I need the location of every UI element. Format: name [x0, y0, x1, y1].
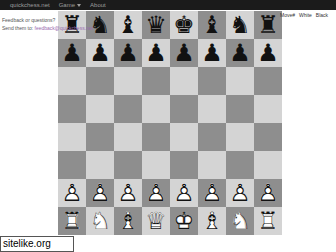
piece-white-knight-fill: ♞ — [226, 207, 254, 235]
square-a5[interactable] — [58, 95, 86, 123]
square-g8[interactable]: ♞ — [226, 11, 254, 39]
piece-black-knight: ♞ — [226, 11, 254, 39]
quickchess-page: quickchess.net Game About Feedback or qu… — [0, 0, 336, 252]
square-h1[interactable]: ♜♖ — [254, 207, 282, 235]
square-f1[interactable]: ♝♗ — [198, 207, 226, 235]
piece-white-pawn-fill: ♟ — [58, 179, 86, 207]
square-g5[interactable] — [226, 95, 254, 123]
square-d6[interactable] — [142, 67, 170, 95]
piece-white-queen: ♕ — [142, 207, 170, 235]
square-g4[interactable] — [226, 123, 254, 151]
square-a7[interactable]: ♟ — [58, 39, 86, 67]
square-f3[interactable] — [198, 151, 226, 179]
piece-white-pawn-fill: ♟ — [226, 179, 254, 207]
square-d4[interactable] — [142, 123, 170, 151]
square-f5[interactable] — [198, 95, 226, 123]
piece-white-bishop-fill: ♝ — [114, 207, 142, 235]
piece-white-pawn-fill: ♟ — [170, 179, 198, 207]
piece-white-pawn-fill: ♟ — [86, 179, 114, 207]
sitelike-watermark: sitelike.org — [0, 236, 74, 252]
square-d1[interactable]: ♛♕ — [142, 207, 170, 235]
square-f4[interactable] — [198, 123, 226, 151]
piece-white-pawn: ♙ — [170, 179, 198, 207]
square-h4[interactable] — [254, 123, 282, 151]
square-d2[interactable]: ♟♙ — [142, 179, 170, 207]
piece-white-pawn-fill: ♟ — [198, 179, 226, 207]
piece-white-knight: ♘ — [86, 207, 114, 235]
square-g3[interactable] — [226, 151, 254, 179]
square-a6[interactable] — [58, 67, 86, 95]
feedback-send-line: Send them to: feedback@quickchess.net — [2, 24, 93, 32]
square-g7[interactable]: ♟ — [226, 39, 254, 67]
square-e1[interactable]: ♚♔ — [170, 207, 198, 235]
square-c5[interactable] — [114, 95, 142, 123]
piece-black-pawn: ♟ — [170, 39, 198, 67]
square-f2[interactable]: ♟♙ — [198, 179, 226, 207]
piece-black-pawn: ♟ — [86, 39, 114, 67]
square-h5[interactable] — [254, 95, 282, 123]
piece-white-pawn: ♙ — [114, 179, 142, 207]
square-a2[interactable]: ♟♙ — [58, 179, 86, 207]
square-b4[interactable] — [86, 123, 114, 151]
piece-white-bishop: ♗ — [114, 207, 142, 235]
piece-white-rook: ♖ — [58, 207, 86, 235]
piece-black-pawn: ♟ — [254, 39, 282, 67]
feedback-note: Feedback or questions? Send them to: fee… — [2, 16, 93, 32]
menu-game-label: Game — [59, 2, 75, 8]
piece-white-rook-fill: ♜ — [58, 207, 86, 235]
square-h2[interactable]: ♟♙ — [254, 179, 282, 207]
square-h3[interactable] — [254, 151, 282, 179]
square-e8[interactable]: ♚ — [170, 11, 198, 39]
brand-link[interactable]: quickchess.net — [10, 2, 50, 8]
menu-about[interactable]: About — [90, 2, 106, 8]
square-d7[interactable]: ♟ — [142, 39, 170, 67]
square-a4[interactable] — [58, 123, 86, 151]
piece-white-pawn: ♙ — [226, 179, 254, 207]
square-g6[interactable] — [226, 67, 254, 95]
movelist-header: Move# White Black — [280, 12, 328, 18]
piece-white-king: ♔ — [170, 207, 198, 235]
square-f8[interactable]: ♝ — [198, 11, 226, 39]
piece-white-pawn: ♙ — [86, 179, 114, 207]
square-e5[interactable] — [170, 95, 198, 123]
piece-white-bishop-fill: ♝ — [198, 207, 226, 235]
square-b5[interactable] — [86, 95, 114, 123]
piece-white-king-fill: ♚ — [170, 207, 198, 235]
piece-black-rook: ♜ — [254, 11, 282, 39]
square-h6[interactable] — [254, 67, 282, 95]
square-b6[interactable] — [86, 67, 114, 95]
top-navbar: quickchess.net Game About — [0, 0, 336, 10]
chevron-down-icon — [77, 4, 81, 7]
watermark-label: sitelike.org — [3, 238, 51, 249]
square-c2[interactable]: ♟♙ — [114, 179, 142, 207]
square-e4[interactable] — [170, 123, 198, 151]
piece-black-bishop: ♝ — [198, 11, 226, 39]
square-b3[interactable] — [86, 151, 114, 179]
square-c3[interactable] — [114, 151, 142, 179]
movelist-col-white: White — [299, 12, 312, 18]
piece-black-pawn: ♟ — [114, 39, 142, 67]
piece-white-rook: ♖ — [254, 207, 282, 235]
piece-white-pawn-fill: ♟ — [114, 179, 142, 207]
piece-black-pawn: ♟ — [226, 39, 254, 67]
square-a1[interactable]: ♜♖ — [58, 207, 86, 235]
square-h8[interactable]: ♜ — [254, 11, 282, 39]
square-a3[interactable] — [58, 151, 86, 179]
piece-white-pawn: ♙ — [254, 179, 282, 207]
square-e6[interactable] — [170, 67, 198, 95]
square-g2[interactable]: ♟♙ — [226, 179, 254, 207]
square-g1[interactable]: ♞♘ — [226, 207, 254, 235]
piece-white-pawn: ♙ — [142, 179, 170, 207]
square-e7[interactable]: ♟ — [170, 39, 198, 67]
square-c8[interactable]: ♝ — [114, 11, 142, 39]
square-b2[interactable]: ♟♙ — [86, 179, 114, 207]
piece-black-bishop: ♝ — [114, 11, 142, 39]
piece-white-rook-fill: ♜ — [254, 207, 282, 235]
piece-black-pawn: ♟ — [58, 39, 86, 67]
piece-black-king: ♚ — [170, 11, 198, 39]
menu-about-label: About — [90, 2, 106, 8]
square-b1[interactable]: ♞♘ — [86, 207, 114, 235]
square-d3[interactable] — [142, 151, 170, 179]
movelist-col-black: Black — [316, 12, 328, 18]
piece-white-pawn: ♙ — [58, 179, 86, 207]
menu-game[interactable]: Game — [59, 2, 81, 8]
square-e3[interactable] — [170, 151, 198, 179]
piece-white-knight-fill: ♞ — [86, 207, 114, 235]
square-f6[interactable] — [198, 67, 226, 95]
square-e2[interactable]: ♟♙ — [170, 179, 198, 207]
square-c7[interactable]: ♟ — [114, 39, 142, 67]
chess-board[interactable]: ♜♞♝♛♚♝♞♜♟♟♟♟♟♟♟♟♟♙♟♙♟♙♟♙♟♙♟♙♟♙♟♙♜♖♞♘♝♗♛♕… — [58, 11, 282, 235]
square-b7[interactable]: ♟ — [86, 39, 114, 67]
feedback-email-link[interactable]: feedback@quickchess.net — [35, 25, 93, 31]
movelist-col-move: Move# — [280, 12, 295, 18]
square-c4[interactable] — [114, 123, 142, 151]
square-c6[interactable] — [114, 67, 142, 95]
piece-white-queen-fill: ♛ — [142, 207, 170, 235]
piece-black-pawn: ♟ — [142, 39, 170, 67]
square-h7[interactable]: ♟ — [254, 39, 282, 67]
square-c1[interactable]: ♝♗ — [114, 207, 142, 235]
piece-black-queen: ♛ — [142, 11, 170, 39]
send-prefix: Send them to: — [2, 25, 35, 31]
square-f7[interactable]: ♟ — [198, 39, 226, 67]
piece-black-pawn: ♟ — [198, 39, 226, 67]
feedback-prompt: Feedback or questions? — [2, 16, 93, 24]
piece-white-pawn-fill: ♟ — [142, 179, 170, 207]
piece-white-knight: ♘ — [226, 207, 254, 235]
square-d8[interactable]: ♛ — [142, 11, 170, 39]
square-d5[interactable] — [142, 95, 170, 123]
piece-white-pawn: ♙ — [198, 179, 226, 207]
piece-white-bishop: ♗ — [198, 207, 226, 235]
piece-white-pawn-fill: ♟ — [254, 179, 282, 207]
